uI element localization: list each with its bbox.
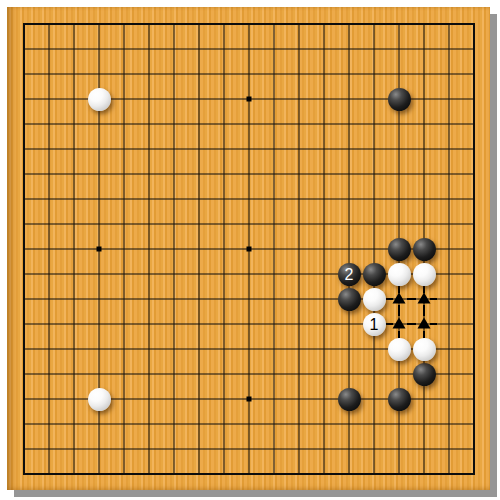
star-point [97,247,102,252]
triangle-marker-q7 [393,318,406,329]
move-number-label: 1 [363,313,386,336]
star-point [247,97,252,102]
stone-black-q4 [388,388,411,411]
stone-white-r9 [413,263,436,286]
star-point [247,397,252,402]
stone-black-o8 [338,288,361,311]
move-number-label: 2 [338,263,361,286]
stone-white-p8 [363,288,386,311]
stone-black-o9-move-2: 2 [338,263,361,286]
stone-white-p7-move-1: 1 [363,313,386,336]
stone-black-q10 [388,238,411,261]
stone-white-q9 [388,263,411,286]
triangle-marker-r8 [418,293,431,304]
stone-black-r10 [413,238,436,261]
star-point [247,247,252,252]
stone-white-r6 [413,338,436,361]
stone-black-p9 [363,263,386,286]
triangle-marker-q8 [393,293,406,304]
triangle-marker-r7 [418,318,431,329]
page-background: 21 [0,0,500,500]
stone-black-q16 [388,88,411,111]
stone-white-q6 [388,338,411,361]
go-board[interactable]: 21 [7,7,490,490]
stone-black-o4 [338,388,361,411]
stone-white-d16 [88,88,111,111]
stone-white-d4 [88,388,111,411]
stone-black-r5 [413,363,436,386]
